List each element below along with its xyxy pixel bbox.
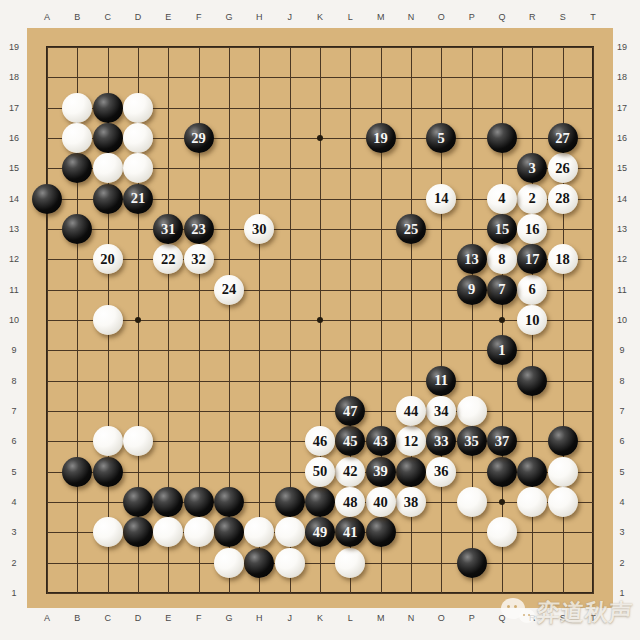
stone-number: 34: [434, 404, 449, 419]
stone-black: [62, 153, 92, 183]
stone-white: 18: [548, 244, 578, 274]
row-label-left: 1: [4, 587, 24, 599]
stone-number: 29: [191, 131, 206, 146]
column-label-bottom: G: [219, 612, 239, 624]
stone-black: [275, 487, 305, 517]
row-label-right: 10: [612, 314, 632, 326]
row-label-right: 16: [612, 132, 632, 144]
stone-black: 21: [123, 184, 153, 214]
stone-black: 39: [366, 457, 396, 487]
row-label-right: 7: [612, 405, 632, 417]
stone-white: [214, 548, 244, 578]
stone-black: [457, 548, 487, 578]
row-label-left: 10: [4, 314, 24, 326]
row-label-right: 19: [612, 41, 632, 53]
stone-number: 16: [525, 222, 540, 237]
row-label-left: 6: [4, 435, 24, 447]
stone-black: 5: [426, 123, 456, 153]
row-label-right: 15: [612, 162, 632, 174]
column-label-top: C: [98, 11, 118, 23]
stone-black: 13: [457, 244, 487, 274]
row-label-right: 5: [612, 466, 632, 478]
stone-white: 34: [426, 396, 456, 426]
column-label-bottom: N: [401, 612, 421, 624]
stone-number: 7: [498, 282, 505, 297]
stone-number: 21: [131, 191, 146, 206]
column-label-top: K: [310, 11, 330, 23]
stone-number: 44: [404, 404, 419, 419]
row-label-right: 9: [612, 344, 632, 356]
stone-black: [93, 457, 123, 487]
stone-number: 22: [161, 252, 176, 267]
stone-white: [93, 305, 123, 335]
column-label-top: O: [431, 11, 451, 23]
stone-white: 22: [153, 244, 183, 274]
row-label-right: 13: [612, 223, 632, 235]
stone-white: 10: [517, 305, 547, 335]
column-label-bottom: C: [98, 612, 118, 624]
stone-white: [548, 457, 578, 487]
stone-black: [396, 457, 426, 487]
column-label-bottom: E: [158, 612, 178, 624]
stone-number: 36: [434, 464, 449, 479]
stone-number: 24: [222, 282, 237, 297]
stone-black: [123, 517, 153, 547]
column-label-top: A: [37, 11, 57, 23]
row-label-left: 17: [4, 102, 24, 114]
stone-white: 44: [396, 396, 426, 426]
stone-number: 27: [555, 131, 570, 146]
stone-black: 1: [487, 335, 517, 365]
stone-white: [548, 487, 578, 517]
stone-black: [184, 487, 214, 517]
stone-black: [487, 457, 517, 487]
stone-number: 9: [468, 282, 475, 297]
column-label-top: N: [401, 11, 421, 23]
stone-number: 33: [434, 434, 449, 449]
column-label-top: G: [219, 11, 239, 23]
stone-black: 3: [517, 153, 547, 183]
stone-black: [62, 457, 92, 487]
column-label-top: T: [583, 11, 603, 23]
stone-white: 36: [426, 457, 456, 487]
stone-white: 6: [517, 275, 547, 305]
stone-black: [366, 517, 396, 547]
row-label-left: 3: [4, 526, 24, 538]
row-label-left: 18: [4, 71, 24, 83]
stone-white: [123, 123, 153, 153]
stone-black: [93, 184, 123, 214]
stone-white: [457, 396, 487, 426]
column-label-bottom: F: [189, 612, 209, 624]
row-label-left: 11: [4, 284, 24, 296]
wechat-bubble-small: [519, 609, 535, 623]
stone-white: [93, 517, 123, 547]
stone-number: 20: [100, 252, 115, 267]
stone-white: [62, 123, 92, 153]
stone-number: 23: [191, 222, 206, 237]
watermark: 弈道秋声: [499, 591, 633, 633]
stone-black: [305, 487, 335, 517]
stone-black: [32, 184, 62, 214]
stone-white: 28: [548, 184, 578, 214]
row-label-right: 11: [612, 284, 632, 296]
stone-white: 20: [93, 244, 123, 274]
stone-black: [548, 426, 578, 456]
stone-black: 37: [487, 426, 517, 456]
stone-white: [123, 153, 153, 183]
stone-number: 41: [343, 525, 358, 540]
stone-number: 32: [191, 252, 206, 267]
row-label-left: 9: [4, 344, 24, 356]
stone-white: 32: [184, 244, 214, 274]
row-label-right: 4: [612, 496, 632, 508]
stone-white: 30: [244, 214, 274, 244]
stone-number: 46: [313, 434, 328, 449]
stone-white: [244, 517, 274, 547]
stone-white: [275, 517, 305, 547]
column-label-top: B: [67, 11, 87, 23]
stone-number: 47: [343, 404, 358, 419]
stone-black: 23: [184, 214, 214, 244]
stone-number: 43: [373, 434, 388, 449]
stone-number: 37: [495, 434, 510, 449]
row-label-left: 7: [4, 405, 24, 417]
stone-black: [93, 93, 123, 123]
stone-black: 31: [153, 214, 183, 244]
column-label-bottom: B: [67, 612, 87, 624]
row-label-left: 12: [4, 253, 24, 265]
stone-number: 15: [495, 222, 510, 237]
stone-black: [487, 123, 517, 153]
row-label-left: 14: [4, 193, 24, 205]
row-label-right: 17: [612, 102, 632, 114]
stone-number: 17: [525, 252, 540, 267]
column-label-top: H: [249, 11, 269, 23]
column-label-bottom: J: [280, 612, 300, 624]
stone-black: 27: [548, 123, 578, 153]
row-label-left: 8: [4, 375, 24, 387]
stone-number: 39: [373, 464, 388, 479]
stone-number: 38: [404, 495, 419, 510]
stone-black: 7: [487, 275, 517, 305]
stone-white: 38: [396, 487, 426, 517]
stone-number: 19: [373, 131, 388, 146]
stone-black: 33: [426, 426, 456, 456]
stone-white: [93, 426, 123, 456]
stone-white: [335, 548, 365, 578]
stone-black: [93, 123, 123, 153]
stone-number: 31: [161, 222, 176, 237]
column-label-bottom: P: [462, 612, 482, 624]
stone-white: 46: [305, 426, 335, 456]
stone-number: 26: [555, 161, 570, 176]
stone-number: 14: [434, 191, 449, 206]
stone-black: [214, 487, 244, 517]
column-label-top: J: [280, 11, 300, 23]
stones-layer: 1234567891011121314151617181920212223242…: [32, 32, 608, 608]
stone-black: [517, 457, 547, 487]
stone-black: 49: [305, 517, 335, 547]
column-label-bottom: K: [310, 612, 330, 624]
column-label-bottom: D: [128, 612, 148, 624]
stone-number: 12: [404, 434, 419, 449]
stone-white: 42: [335, 457, 365, 487]
column-label-bottom: O: [431, 612, 451, 624]
stone-number: 3: [529, 161, 536, 176]
stone-number: 48: [343, 495, 358, 510]
stone-black: 43: [366, 426, 396, 456]
stone-number: 30: [252, 222, 267, 237]
column-label-top: E: [158, 11, 178, 23]
column-label-top: M: [371, 11, 391, 23]
column-label-bottom: L: [340, 612, 360, 624]
column-label-bottom: A: [37, 612, 57, 624]
stone-black: 25: [396, 214, 426, 244]
stone-black: 47: [335, 396, 365, 426]
stone-number: 5: [438, 131, 445, 146]
stone-white: [487, 517, 517, 547]
stone-black: 15: [487, 214, 517, 244]
stone-white: [153, 517, 183, 547]
stone-white: [93, 153, 123, 183]
stone-white: 40: [366, 487, 396, 517]
stone-white: [62, 93, 92, 123]
stone-white: [275, 548, 305, 578]
stone-white: 14: [426, 184, 456, 214]
stone-white: 50: [305, 457, 335, 487]
column-label-top: L: [340, 11, 360, 23]
stone-number: 10: [525, 313, 540, 328]
stone-black: [244, 548, 274, 578]
stone-white: 8: [487, 244, 517, 274]
stone-number: 2: [529, 191, 536, 206]
row-label-right: 3: [612, 526, 632, 538]
row-label-left: 2: [4, 557, 24, 569]
row-label-right: 18: [612, 71, 632, 83]
column-label-top: D: [128, 11, 148, 23]
stone-white: [517, 487, 547, 517]
stone-black: 35: [457, 426, 487, 456]
column-label-top: P: [462, 11, 482, 23]
stone-black: [214, 517, 244, 547]
stone-black: 11: [426, 366, 456, 396]
stone-number: 25: [404, 222, 419, 237]
column-label-top: R: [522, 11, 542, 23]
stone-black: 9: [457, 275, 487, 305]
stone-white: 48: [335, 487, 365, 517]
stone-number: 42: [343, 464, 358, 479]
stone-black: 29: [184, 123, 214, 153]
row-label-left: 4: [4, 496, 24, 508]
row-label-left: 19: [4, 41, 24, 53]
row-label-right: 6: [612, 435, 632, 447]
row-label-right: 14: [612, 193, 632, 205]
stone-white: 12: [396, 426, 426, 456]
stone-number: 13: [464, 252, 479, 267]
stone-number: 18: [555, 252, 570, 267]
column-label-top: S: [553, 11, 573, 23]
stone-black: 19: [366, 123, 396, 153]
stone-white: 24: [214, 275, 244, 305]
stone-white: [123, 93, 153, 123]
stone-number: 8: [498, 252, 505, 267]
stone-white: 2: [517, 184, 547, 214]
stone-number: 28: [555, 191, 570, 206]
column-label-top: Q: [492, 11, 512, 23]
stone-black: 41: [335, 517, 365, 547]
stone-white: 26: [548, 153, 578, 183]
column-label-bottom: M: [371, 612, 391, 624]
go-board-diagram: 弈道秋声 AABBCCDDEEFFGGHHJJKKLLMMNNOOPPQQRRS…: [0, 0, 640, 640]
row-label-left: 13: [4, 223, 24, 235]
stone-number: 40: [373, 495, 388, 510]
stone-white: 16: [517, 214, 547, 244]
stone-number: 4: [498, 191, 505, 206]
row-label-right: 8: [612, 375, 632, 387]
stone-white: [184, 517, 214, 547]
stone-black: [153, 487, 183, 517]
stone-number: 49: [313, 525, 328, 540]
column-label-top: F: [189, 11, 209, 23]
row-label-left: 16: [4, 132, 24, 144]
stone-number: 50: [313, 464, 328, 479]
stone-black: 45: [335, 426, 365, 456]
watermark-text: 弈道秋声: [536, 597, 635, 628]
stone-black: [123, 487, 153, 517]
row-label-left: 5: [4, 466, 24, 478]
stone-black: [517, 366, 547, 396]
row-label-left: 15: [4, 162, 24, 174]
stone-black: 17: [517, 244, 547, 274]
row-label-right: 12: [612, 253, 632, 265]
stone-white: [457, 487, 487, 517]
stone-black: [62, 214, 92, 244]
stone-number: 1: [498, 343, 505, 358]
stone-white: 4: [487, 184, 517, 214]
stone-white: [123, 426, 153, 456]
stone-number: 11: [434, 373, 448, 388]
stone-number: 45: [343, 434, 358, 449]
row-label-right: 2: [612, 557, 632, 569]
wechat-icon: [499, 594, 537, 630]
stone-number: 35: [464, 434, 479, 449]
column-label-bottom: H: [249, 612, 269, 624]
stone-number: 6: [529, 282, 536, 297]
